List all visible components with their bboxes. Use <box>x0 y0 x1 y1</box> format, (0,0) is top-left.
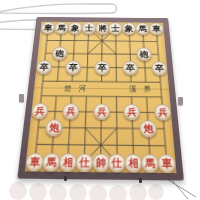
piece-glyph: 象 <box>125 23 134 35</box>
river-label-left: 楚河 <box>64 83 93 95</box>
piece-red-soldier[interactable]: 兵 <box>93 104 110 120</box>
product-photo-scene: 楚河 漢界 車馬象士將士象馬車砲砲卒卒卒卒卒兵兵兵兵兵炮炮車馬相仕帥仕相馬車 <box>0 0 200 200</box>
piece-glyph: 仕 <box>79 154 90 171</box>
piece-glyph: 卒 <box>154 62 164 75</box>
piece-glyph: 兵 <box>158 105 169 120</box>
piece-glyph: 車 <box>161 155 173 172</box>
piece-black-soldier[interactable]: 卒 <box>123 61 139 75</box>
board-perspective-wrap: 楚河 漢界 車馬象士將士象馬車砲砲卒卒卒卒卒兵兵兵兵兵炮炮車馬相仕帥仕相馬車 <box>17 17 184 181</box>
piece-black-chariot[interactable]: 車 <box>149 23 165 36</box>
piece-glyph: 馬 <box>57 22 66 34</box>
piece-glyph: 士 <box>84 22 93 34</box>
piece-glyph: 卒 <box>39 60 49 73</box>
piece-glyph: 兵 <box>96 104 106 119</box>
piece-glyph: 車 <box>43 22 53 34</box>
latch-icon <box>178 97 183 105</box>
piece-black-soldier[interactable]: 卒 <box>94 60 110 74</box>
piece-glyph: 兵 <box>34 104 45 119</box>
piece-glyph: 卒 <box>97 61 106 74</box>
piece-black-soldier[interactable]: 卒 <box>65 60 81 74</box>
piece-glyph: 車 <box>29 154 41 171</box>
piece-glyph: 兵 <box>65 104 75 119</box>
latch-icon <box>19 94 24 102</box>
board-grid <box>25 22 177 174</box>
piece-glyph: 仕 <box>112 154 122 171</box>
piece-black-advisor[interactable]: 士 <box>81 22 96 35</box>
piece-glyph: 相 <box>128 155 139 172</box>
piece-glyph: 車 <box>152 23 161 35</box>
piece-glyph: 卒 <box>126 61 135 74</box>
piece-glyph: 卒 <box>68 61 78 74</box>
piece-glyph: 象 <box>71 22 80 34</box>
piece-red-general[interactable]: 帥 <box>92 153 110 172</box>
piece-glyph: 砲 <box>55 47 65 60</box>
hinge-pin-icon <box>139 178 142 183</box>
piece-glyph: 帥 <box>95 154 105 171</box>
piece-glyph: 炮 <box>143 121 154 137</box>
piece-glyph: 炮 <box>48 120 59 136</box>
piece-black-general[interactable]: 將 <box>95 22 110 35</box>
piece-glyph: 砲 <box>140 48 149 61</box>
piece-glyph: 將 <box>98 23 107 35</box>
board-frame: 楚河 漢界 車馬象士將士象馬車砲砲卒卒卒卒卒兵兵兵兵兵炮炮車馬相仕帥仕相馬車 <box>17 17 184 181</box>
hinge-pin-icon <box>64 176 67 181</box>
xiangqi-board: 楚河 漢界 車馬象士將士象馬車砲砲卒卒卒卒卒兵兵兵兵兵炮炮車馬相仕帥仕相馬車 <box>25 22 177 174</box>
piece-reflection <box>9 182 164 200</box>
piece-red-advisor[interactable]: 仕 <box>75 153 93 172</box>
piece-glyph: 相 <box>62 154 73 171</box>
piece-glyph: 士 <box>111 23 120 35</box>
river-label-right: 漢界 <box>129 84 159 96</box>
piece-glyph: 兵 <box>127 105 137 120</box>
piece-glyph: 馬 <box>145 155 156 172</box>
piece-glyph: 馬 <box>45 154 57 171</box>
piece-glyph: 馬 <box>138 23 147 35</box>
